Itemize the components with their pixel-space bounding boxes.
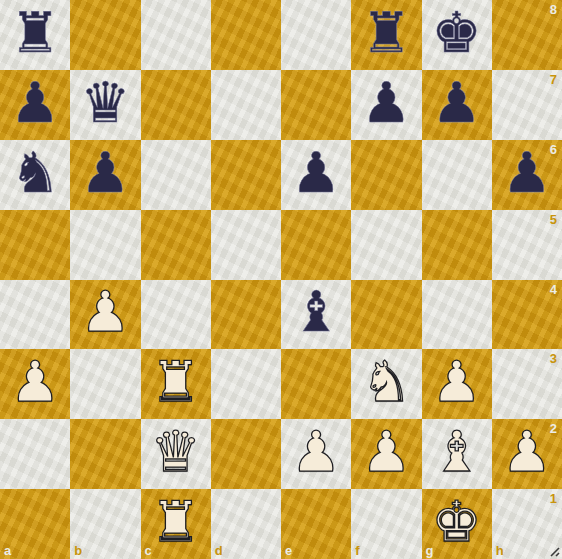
square-a6[interactable]: ♞	[0, 140, 70, 210]
rank-label-8: 8	[550, 3, 557, 16]
black-pawn[interactable]: ♟	[291, 145, 341, 201]
square-e6[interactable]: ♟	[281, 140, 351, 210]
white-rook[interactable]: ♜	[151, 354, 201, 410]
square-e3[interactable]	[281, 349, 351, 419]
square-b6[interactable]: ♟	[70, 140, 140, 210]
square-a2[interactable]	[0, 419, 70, 489]
file-label-d: d	[215, 544, 223, 557]
square-f4[interactable]	[351, 280, 421, 350]
rank-label-4: 4	[550, 283, 557, 296]
file-label-e: e	[285, 544, 292, 557]
square-c2[interactable]: ♛	[141, 419, 211, 489]
square-a3[interactable]: ♟	[0, 349, 70, 419]
square-d4[interactable]	[211, 280, 281, 350]
square-g6[interactable]	[422, 140, 492, 210]
square-h7[interactable]: 7	[492, 70, 562, 140]
black-pawn[interactable]: ♟	[361, 75, 411, 131]
square-c7[interactable]	[141, 70, 211, 140]
square-g3[interactable]: ♟	[422, 349, 492, 419]
rank-label-7: 7	[550, 73, 557, 86]
square-g5[interactable]	[422, 210, 492, 280]
file-label-f: f	[355, 544, 359, 557]
square-b2[interactable]	[70, 419, 140, 489]
square-f7[interactable]: ♟	[351, 70, 421, 140]
square-f3[interactable]: ♞	[351, 349, 421, 419]
white-pawn[interactable]: ♟	[361, 424, 411, 480]
square-b4[interactable]: ♟	[70, 280, 140, 350]
black-queen[interactable]: ♛	[80, 75, 130, 131]
square-d8[interactable]	[211, 0, 281, 70]
file-label-a: a	[4, 544, 11, 557]
square-d7[interactable]	[211, 70, 281, 140]
square-b5[interactable]	[70, 210, 140, 280]
square-h6[interactable]: ♟6	[492, 140, 562, 210]
square-a4[interactable]	[0, 280, 70, 350]
black-bishop[interactable]: ♝	[291, 284, 341, 340]
white-rook[interactable]: ♜	[151, 494, 201, 550]
rank-label-2: 2	[550, 422, 557, 435]
square-c4[interactable]	[141, 280, 211, 350]
square-g4[interactable]	[422, 280, 492, 350]
white-bishop[interactable]: ♝	[432, 424, 482, 480]
white-pawn[interactable]: ♟	[10, 354, 60, 410]
square-b8[interactable]	[70, 0, 140, 70]
square-c8[interactable]	[141, 0, 211, 70]
square-e5[interactable]	[281, 210, 351, 280]
white-pawn[interactable]: ♟	[502, 424, 552, 480]
square-a8[interactable]: ♜	[0, 0, 70, 70]
black-rook[interactable]: ♜	[10, 5, 60, 61]
square-e7[interactable]	[281, 70, 351, 140]
square-f1[interactable]: f	[351, 489, 421, 559]
square-b7[interactable]: ♛	[70, 70, 140, 140]
white-queen[interactable]: ♛	[151, 424, 201, 480]
square-g8[interactable]: ♚	[422, 0, 492, 70]
square-f6[interactable]	[351, 140, 421, 210]
square-a7[interactable]: ♟	[0, 70, 70, 140]
square-d1[interactable]: d	[211, 489, 281, 559]
square-f2[interactable]: ♟	[351, 419, 421, 489]
file-label-c: c	[145, 544, 152, 557]
square-h5[interactable]: 5	[492, 210, 562, 280]
chess-board: ♜♜♚8♟♛♟♟7♞♟♟♟65♟♝4♟♜♞♟3♛♟♟♝♟2ab♜cdef♚g1h	[0, 0, 562, 559]
square-c5[interactable]	[141, 210, 211, 280]
white-king[interactable]: ♚	[432, 494, 482, 550]
rank-label-3: 3	[550, 352, 557, 365]
black-pawn[interactable]: ♟	[80, 145, 130, 201]
square-e8[interactable]	[281, 0, 351, 70]
square-e1[interactable]: e	[281, 489, 351, 559]
square-h4[interactable]: 4	[492, 280, 562, 350]
black-king[interactable]: ♚	[432, 5, 482, 61]
square-d5[interactable]	[211, 210, 281, 280]
square-d6[interactable]	[211, 140, 281, 210]
square-f5[interactable]	[351, 210, 421, 280]
black-pawn[interactable]: ♟	[10, 75, 60, 131]
square-a5[interactable]	[0, 210, 70, 280]
black-rook[interactable]: ♜	[361, 5, 411, 61]
white-pawn[interactable]: ♟	[291, 424, 341, 480]
square-g7[interactable]: ♟	[422, 70, 492, 140]
file-label-g: g	[426, 544, 434, 557]
square-d2[interactable]	[211, 419, 281, 489]
white-pawn[interactable]: ♟	[432, 354, 482, 410]
square-e2[interactable]: ♟	[281, 419, 351, 489]
rank-label-5: 5	[550, 213, 557, 226]
square-b3[interactable]	[70, 349, 140, 419]
black-knight[interactable]: ♞	[10, 145, 60, 201]
square-d3[interactable]	[211, 349, 281, 419]
square-h3[interactable]: 3	[492, 349, 562, 419]
file-label-h: h	[496, 544, 504, 557]
rank-label-1: 1	[550, 492, 557, 505]
white-pawn[interactable]: ♟	[80, 284, 130, 340]
square-c1[interactable]: ♜c	[141, 489, 211, 559]
black-pawn[interactable]: ♟	[502, 145, 552, 201]
square-h8[interactable]: 8	[492, 0, 562, 70]
white-knight[interactable]: ♞	[361, 354, 411, 410]
black-pawn[interactable]: ♟	[432, 75, 482, 131]
square-c6[interactable]	[141, 140, 211, 210]
square-e4[interactable]: ♝	[281, 280, 351, 350]
square-f8[interactable]: ♜	[351, 0, 421, 70]
square-c3[interactable]: ♜	[141, 349, 211, 419]
square-b1[interactable]: b	[70, 489, 140, 559]
square-a1[interactable]: a	[0, 489, 70, 559]
square-h2[interactable]: ♟2	[492, 419, 562, 489]
file-label-b: b	[74, 544, 82, 557]
square-g2[interactable]: ♝	[422, 419, 492, 489]
square-g1[interactable]: ♚g	[422, 489, 492, 559]
rank-label-6: 6	[550, 143, 557, 156]
resize-handle-icon[interactable]	[546, 543, 560, 557]
